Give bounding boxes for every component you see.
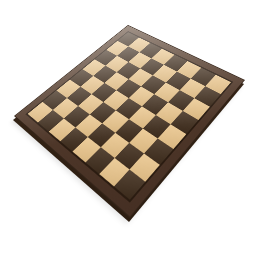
- chess-board[interactable]: [14, 25, 245, 218]
- photo-background: [0, 0, 255, 255]
- board-field: [25, 31, 233, 203]
